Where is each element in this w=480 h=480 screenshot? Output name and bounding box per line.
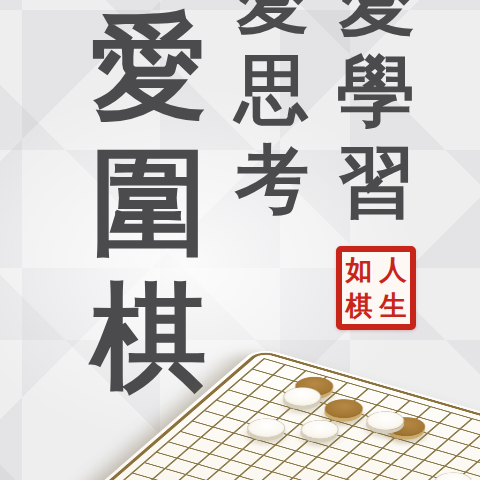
title-char: 愛 <box>88 1 210 136</box>
go-stone-white <box>294 417 346 443</box>
seal-char: 生 <box>376 288 410 324</box>
title-column-love-weiqi: 愛 圍 棋 <box>88 1 210 406</box>
go-stone-brown <box>318 396 370 422</box>
title-char: 習 <box>334 138 418 229</box>
title-char: 圍 <box>88 136 210 271</box>
seal-char: 如 <box>342 252 376 288</box>
title-char: 愛 <box>231 0 313 46</box>
poster-background: 愛 圍 棋 愛 思 考 愛 學 習 如 人 棋 生 <box>0 0 480 480</box>
seal-stamp: 如 人 棋 生 <box>336 246 416 330</box>
seal-char: 棋 <box>342 288 376 324</box>
go-stone-white <box>240 415 292 441</box>
title-column-love-learning: 愛 學 習 <box>334 0 418 229</box>
go-stone-white <box>427 469 479 480</box>
title-char: 學 <box>334 47 418 138</box>
title-char: 思 <box>231 46 313 136</box>
seal-char: 人 <box>376 252 410 288</box>
title-char: 愛 <box>334 0 418 47</box>
title-column-love-thinking: 愛 思 考 <box>231 0 313 226</box>
title-char: 考 <box>231 136 313 226</box>
title-char: 棋 <box>88 271 210 406</box>
